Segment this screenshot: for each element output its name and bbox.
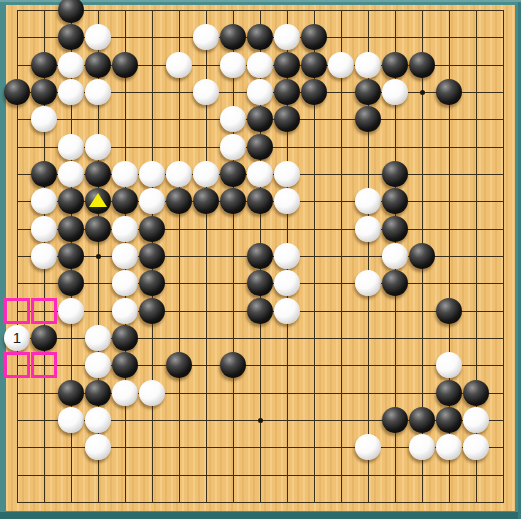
white-stone (85, 325, 111, 351)
black-stone (409, 52, 435, 78)
black-stone (31, 161, 57, 187)
white-stone (274, 243, 300, 269)
white-stone (193, 161, 219, 187)
grid-hline (17, 502, 504, 503)
black-stone (112, 52, 138, 78)
black-stone (31, 79, 57, 105)
black-stone (247, 298, 273, 324)
white-stone (274, 188, 300, 214)
black-stone (220, 352, 246, 378)
white-stone (139, 161, 165, 187)
black-stone (58, 243, 84, 269)
white-stone (58, 407, 84, 433)
black-stone (382, 52, 408, 78)
white-stone (85, 134, 111, 160)
black-stone (85, 52, 111, 78)
pink-square-marker (4, 352, 30, 378)
white-stone (112, 298, 138, 324)
black-stone (58, 24, 84, 50)
black-stone (301, 79, 327, 105)
black-stone (166, 188, 192, 214)
black-stone (409, 243, 435, 269)
black-stone (31, 52, 57, 78)
black-stone (31, 325, 57, 351)
black-stone (85, 161, 111, 187)
white-stone (58, 134, 84, 160)
black-stone (58, 380, 84, 406)
white-stone (436, 434, 462, 460)
black-stone (247, 243, 273, 269)
app-window: 1 (0, 0, 521, 519)
white-stone (166, 161, 192, 187)
white-stone (247, 79, 273, 105)
white-stone (58, 79, 84, 105)
white-stone (112, 380, 138, 406)
white-stone (409, 434, 435, 460)
black-stone (85, 216, 111, 242)
black-stone (436, 407, 462, 433)
white-stone (85, 434, 111, 460)
last-move-triangle-marker (89, 193, 107, 207)
white-stone (112, 270, 138, 296)
white-stone (355, 188, 381, 214)
black-stone (58, 188, 84, 214)
white-stone (355, 270, 381, 296)
white-stone (436, 352, 462, 378)
white-stone (355, 434, 381, 460)
black-stone (274, 79, 300, 105)
black-stone (409, 407, 435, 433)
black-stone (274, 52, 300, 78)
black-stone (139, 270, 165, 296)
black-stone (58, 0, 84, 23)
white-stone (58, 298, 84, 324)
white-stone (328, 52, 354, 78)
white-stone (85, 79, 111, 105)
grid-hline (17, 475, 504, 476)
white-stone (355, 52, 381, 78)
black-stone (247, 270, 273, 296)
white-stone (463, 407, 489, 433)
black-stone (166, 352, 192, 378)
white-stone (274, 24, 300, 50)
white-stone (31, 243, 57, 269)
black-stone (58, 270, 84, 296)
pink-square-marker (31, 352, 57, 378)
white-stone (193, 79, 219, 105)
black-stone (220, 188, 246, 214)
star-point (96, 254, 101, 259)
white-stone (274, 270, 300, 296)
black-stone (220, 161, 246, 187)
white-stone (220, 106, 246, 132)
black-stone (382, 407, 408, 433)
black-stone (139, 298, 165, 324)
white-stone (85, 24, 111, 50)
white-stone (58, 52, 84, 78)
grid-vline (503, 10, 504, 502)
black-stone (463, 380, 489, 406)
black-stone (85, 380, 111, 406)
white-stone (247, 161, 273, 187)
black-stone (112, 188, 138, 214)
pink-square-marker (31, 298, 57, 324)
white-stone (85, 407, 111, 433)
go-board[interactable]: 1 (6, 5, 515, 511)
black-stone (355, 79, 381, 105)
white-stone (247, 52, 273, 78)
white-stone (382, 79, 408, 105)
black-stone (301, 24, 327, 50)
black-stone (4, 79, 30, 105)
white-stone (58, 161, 84, 187)
grid-vline (341, 10, 342, 502)
white-stone (274, 298, 300, 324)
black-stone (247, 188, 273, 214)
black-stone (247, 106, 273, 132)
white-stone (139, 188, 165, 214)
black-stone (112, 325, 138, 351)
black-stone (112, 352, 138, 378)
black-stone (382, 188, 408, 214)
black-stone (355, 106, 381, 132)
white-stone (274, 161, 300, 187)
white-stone (166, 52, 192, 78)
black-stone (274, 106, 300, 132)
black-stone (382, 270, 408, 296)
white-stone (355, 216, 381, 242)
white-stone (31, 216, 57, 242)
pink-square-marker (4, 298, 30, 324)
black-stone (382, 161, 408, 187)
black-stone (301, 52, 327, 78)
black-stone (139, 243, 165, 269)
black-stone (247, 134, 273, 160)
white-stone (220, 52, 246, 78)
move-number-label: 1 (4, 325, 30, 351)
white-stone (112, 243, 138, 269)
white-stone (112, 161, 138, 187)
star-point (258, 418, 263, 423)
black-stone (247, 24, 273, 50)
white-stone (31, 188, 57, 214)
black-stone (436, 298, 462, 324)
white-stone (85, 352, 111, 378)
black-stone (220, 24, 246, 50)
black-stone (58, 216, 84, 242)
black-stone (139, 216, 165, 242)
white-stone (112, 216, 138, 242)
star-point (420, 90, 425, 95)
white-stone (220, 134, 246, 160)
white-stone (193, 24, 219, 50)
black-stone (193, 188, 219, 214)
white-stone (139, 380, 165, 406)
white-stone (31, 106, 57, 132)
white-stone (382, 243, 408, 269)
black-stone (436, 79, 462, 105)
black-stone (436, 380, 462, 406)
white-stone (463, 434, 489, 460)
black-stone (382, 216, 408, 242)
